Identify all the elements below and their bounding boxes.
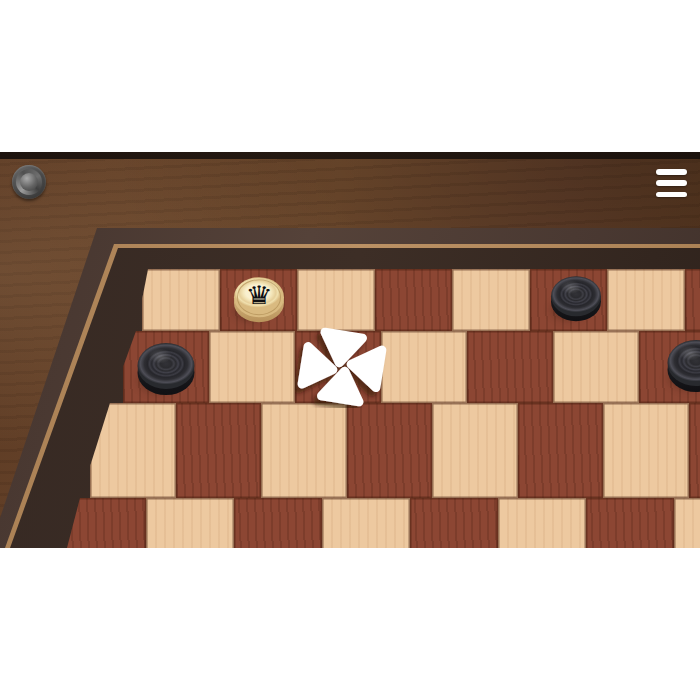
square-r2c4[interactable] [381,331,467,403]
piece-top [551,276,601,316]
square-r4c4[interactable] [322,498,410,548]
square-r4c2[interactable] [146,498,234,548]
move-target-indicator[interactable] [295,326,389,408]
square-r3c5[interactable] [432,403,518,498]
square-r4c3[interactable] [234,498,322,548]
knob-core-icon [20,173,38,191]
piece-white-king[interactable]: ♛ [234,277,284,317]
square-r1c7[interactable] [607,269,685,331]
square-r4c6[interactable] [498,498,586,548]
square-r2c6[interactable] [553,331,639,403]
square-r3c7[interactable] [603,403,689,498]
square-r4c7[interactable] [586,498,674,548]
square-r1c4[interactable] [375,269,453,331]
square-r2c2[interactable] [209,331,295,403]
square-r4c5[interactable] [410,498,498,548]
screenshot-stage: ♛ [0,0,700,700]
game-viewport: ♛ [0,152,700,548]
square-r1c1[interactable] [142,269,220,331]
king-crown-icon: ♛ [245,282,273,307]
piece-black-man-3[interactable] [668,340,700,386]
board-row-4 [0,498,700,548]
square-r3c4[interactable] [347,403,433,498]
square-r3c2[interactable] [176,403,262,498]
round-metal-button[interactable] [12,165,46,199]
hamburger-menu-icon [656,192,687,198]
table-edge-strip [0,152,700,159]
hamburger-menu-icon [656,169,687,175]
piece-top [138,343,195,389]
square-r1c3[interactable] [297,269,375,331]
square-r3c6[interactable] [518,403,604,498]
square-r3c8[interactable] [689,403,700,498]
piece-black-man-2[interactable] [138,343,195,389]
hamburger-menu-icon [656,180,687,186]
square-r3c3[interactable] [261,403,347,498]
square-r2c5[interactable] [467,331,553,403]
piece-black-man-1[interactable] [551,276,601,316]
square-r1c5[interactable] [452,269,530,331]
square-r4c8[interactable] [674,498,700,548]
square-r1c8[interactable] [685,269,700,331]
menu-button[interactable] [656,169,688,197]
